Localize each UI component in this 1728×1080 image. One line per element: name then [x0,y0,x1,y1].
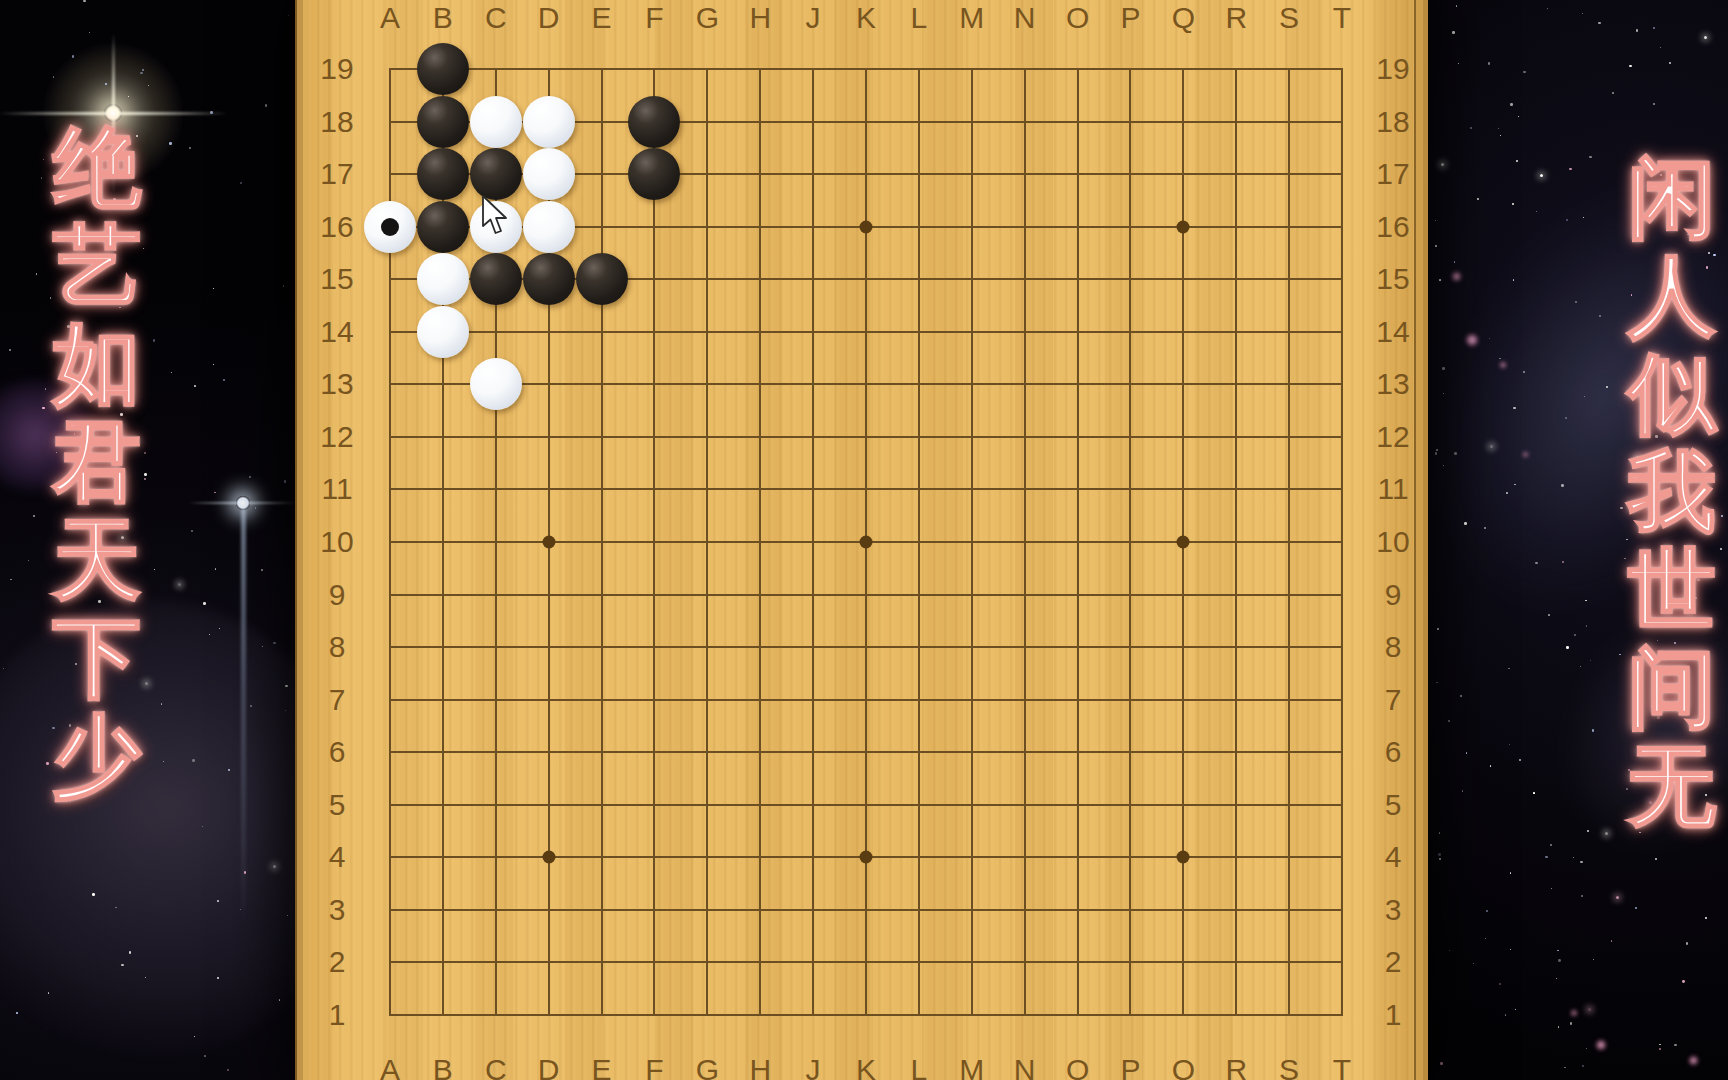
grid-line-horizontal [389,594,1343,596]
star [1674,1044,1676,1046]
star [202,826,203,827]
star [48,992,49,993]
column-label-top: C [485,1,507,35]
star [1523,371,1525,373]
star [169,142,171,144]
star [1473,963,1475,965]
column-label-bottom: F [645,1053,663,1080]
star [1518,116,1519,117]
board-right-edge [1414,0,1428,1080]
star [1616,896,1619,899]
star [1682,980,1685,983]
star [53,76,55,78]
column-label-top: T [1333,1,1351,35]
row-label-left: 16 [320,210,353,244]
column-label-top: H [749,1,771,35]
star [1605,832,1608,835]
grid-line-horizontal [389,909,1343,911]
banner-character: 我 [1612,442,1728,540]
white-stone-A16: ○ [364,201,416,253]
star [1653,27,1655,29]
row-label-left: 11 [321,472,352,506]
white-stone-B14: ○ [417,306,469,358]
star [1519,759,1521,761]
nebula-spark [1500,362,1506,368]
row-label-right: 2 [1385,945,1402,979]
star [1436,682,1438,684]
banner-character: 人 [1612,246,1728,344]
star [1439,858,1441,860]
star [1545,856,1547,858]
black-stone-C17: ● [470,148,522,200]
nebula-spark [1452,272,1461,281]
star [1510,872,1512,874]
column-label-bottom: K [856,1053,876,1080]
star [1551,888,1552,889]
star [1535,562,1537,564]
star [145,977,146,978]
row-label-right: 6 [1385,735,1402,769]
column-label-bottom: O [1066,1053,1089,1080]
star [1484,527,1486,529]
banner-character: 下 [37,608,157,706]
star [1562,561,1564,563]
grid-line-vertical [1077,68,1079,1016]
star-point [542,851,555,864]
grid-line-vertical [1129,68,1131,1016]
star [194,385,196,387]
row-label-right: 15 [1376,262,1409,296]
row-label-left: 8 [329,630,346,664]
star [1655,858,1657,860]
star [1500,135,1501,136]
column-label-top: Q [1172,1,1195,35]
row-label-left: 2 [329,945,346,979]
star [1460,695,1462,697]
star [33,515,35,517]
star [1653,103,1655,105]
row-label-left: 10 [320,525,353,559]
star [1587,830,1589,832]
star [1533,792,1534,793]
row-label-left: 12 [320,420,353,454]
star [213,364,214,365]
column-label-top: E [592,1,612,35]
row-label-left: 13 [320,367,353,401]
star [121,964,123,966]
star [285,685,287,687]
star [287,915,288,916]
star [261,569,263,571]
row-label-right: 17 [1376,157,1409,191]
star [72,55,75,58]
nebula-spark [1571,1010,1577,1016]
black-stone-E15: ● [576,253,628,305]
star [1477,198,1479,200]
star [1586,625,1588,627]
column-label-bottom: J [806,1053,821,1080]
star [215,568,216,569]
star [1508,668,1509,669]
star [1441,163,1444,166]
star [1513,407,1515,409]
star [1509,744,1510,745]
row-label-right: 10 [1376,525,1409,559]
row-label-right: 11 [1377,472,1408,506]
star [1564,1067,1565,1068]
column-label-bottom: Q [1172,1053,1195,1080]
row-label-left: 17 [320,157,353,191]
star [1548,614,1550,616]
column-label-top: A [380,1,400,35]
star [1635,907,1637,909]
row-label-left: 15 [320,262,353,296]
star [140,72,143,75]
star [1485,938,1486,939]
column-label-top: J [806,1,821,35]
star [217,900,219,902]
banner-character: 君 [37,412,157,510]
row-label-right: 7 [1385,683,1402,717]
star [142,69,144,71]
star [284,480,286,482]
star [1584,396,1585,397]
row-label-left: 7 [329,683,346,717]
star [1438,853,1441,856]
star [1486,910,1488,912]
star [217,977,219,979]
grid-line-vertical [971,68,973,1016]
star [1505,1014,1506,1015]
star [3,668,4,669]
star [1566,219,1568,221]
star [1686,942,1688,944]
white-stone-D16: ○ [523,201,575,253]
star [1488,62,1491,65]
star [1598,22,1600,24]
star [1454,261,1455,262]
column-label-bottom: S [1279,1053,1299,1080]
star [1570,1022,1572,1024]
star [214,492,216,494]
column-label-bottom: T [1333,1053,1351,1080]
star [209,634,210,635]
row-label-right: 4 [1385,840,1402,874]
star [262,646,263,647]
nebula-spark [1596,1040,1606,1050]
last-move-marker [381,218,399,236]
grid-line-vertical [1024,68,1026,1016]
row-label-left: 14 [320,315,353,349]
star [1443,465,1444,466]
grid-line-vertical [1341,68,1343,1016]
star [1588,1008,1591,1011]
banner-character: 天 [37,510,157,608]
star-point [860,536,873,549]
star-point [1177,536,1190,549]
row-label-left: 1 [329,998,346,1032]
star [1593,959,1594,960]
star [288,15,289,16]
column-label-top: O [1066,1,1089,35]
star [1516,160,1518,162]
grid-line-horizontal [389,1014,1343,1016]
black-stone-F17: ● [628,148,680,200]
star [1669,62,1671,64]
star [227,1069,229,1071]
banner-character: 无 [1612,736,1728,834]
star [1499,983,1501,985]
star [203,602,205,604]
row-label-left: 5 [329,788,346,822]
star [1470,127,1472,129]
star [1704,36,1707,39]
star [171,372,172,373]
star-point [1177,220,1190,233]
star [1659,1044,1661,1046]
star [1490,445,1493,448]
star [1498,128,1499,129]
mouse-cursor-icon [481,195,509,237]
white-stone-C13: ○ [470,358,522,410]
star [1456,5,1458,7]
white-stone-D17: ○ [523,148,575,200]
column-label-bottom: N [1014,1053,1036,1080]
left-calligraphy-banner: 绝艺如君天下少 [37,118,157,804]
star [1499,358,1501,360]
grid-line-horizontal [389,646,1343,648]
row-label-right: 9 [1385,578,1402,612]
star [1515,1009,1516,1010]
star [10,579,11,580]
column-label-top: K [856,1,876,35]
column-label-top: G [696,1,719,35]
star [148,85,149,86]
white-stone-B15: ○ [417,253,469,305]
banner-character: 如 [37,314,157,412]
star [1565,417,1567,419]
star-point [860,220,873,233]
star [1464,522,1466,524]
column-label-bottom: C [485,1053,507,1080]
column-label-bottom: E [592,1053,612,1080]
black-stone-B17: ● [417,148,469,200]
star [1547,8,1548,9]
star [250,705,251,706]
star [1589,156,1592,159]
star [210,111,212,113]
star [1458,63,1459,64]
star [178,583,181,586]
star [163,761,164,762]
star [1611,940,1612,941]
row-label-right: 8 [1385,630,1402,664]
white-stone-C18: ○ [470,96,522,148]
star [9,349,11,351]
star [1489,338,1490,339]
star [1583,217,1584,218]
star [1573,857,1574,858]
star [285,710,286,711]
star [1582,1065,1584,1067]
column-label-bottom: M [959,1053,984,1080]
star [1513,279,1515,281]
star [1506,492,1508,494]
star [1629,65,1632,68]
column-label-bottom: P [1120,1053,1140,1080]
star [1510,103,1513,106]
star [1550,844,1552,846]
star [1435,245,1437,247]
black-stone-B16: ● [417,201,469,253]
star [192,759,195,762]
star [1512,203,1514,205]
star [1462,790,1464,792]
banner-character: 间 [1612,638,1728,736]
star [194,1036,195,1037]
column-label-bottom: H [749,1053,771,1080]
star [223,379,225,381]
row-label-left: 18 [320,105,353,139]
row-label-left: 4 [329,840,346,874]
row-label-left: 3 [329,893,346,927]
row-label-left: 19 [320,52,353,86]
star [89,32,90,33]
star [273,642,275,644]
star [1523,71,1525,73]
star [1705,917,1707,919]
grid-line-vertical [918,68,920,1016]
row-label-right: 16 [1376,210,1409,244]
star [213,288,214,289]
star [219,628,220,629]
screen: 绝艺如君天下少 闲人似我世间无 AABBCCDDEEFFGGHHJJKKLLMM… [0,0,1728,1080]
column-label-bottom: B [433,1053,453,1080]
column-label-bottom: G [696,1053,719,1080]
star [1440,1062,1443,1065]
star-point [860,851,873,864]
star [1437,628,1439,630]
row-label-right: 12 [1376,420,1409,454]
star [204,1055,206,1057]
star [1452,31,1454,33]
star [83,0,85,2]
star [1490,765,1492,767]
star [28,560,29,561]
column-label-top: R [1225,1,1247,35]
star [240,182,242,184]
star [1574,634,1576,636]
column-label-bottom: L [911,1053,928,1080]
star [255,507,256,508]
star [279,999,280,1000]
grid-line-vertical [1288,68,1290,1016]
star-point [542,536,555,549]
black-stone-C15: ● [470,253,522,305]
star [283,285,284,286]
star-point [1177,851,1190,864]
column-label-top: M [959,1,984,35]
board-left-edge [295,0,309,1080]
white-stone-D18: ○ [523,96,575,148]
star [1442,367,1444,369]
grid-line-horizontal [389,804,1343,806]
column-label-bottom: D [538,1053,560,1080]
row-label-right: 5 [1385,788,1402,822]
star [161,703,163,705]
star [1466,752,1467,753]
column-label-top: B [433,1,453,35]
column-label-top: N [1014,1,1036,35]
star [1439,832,1441,834]
banner-character: 似 [1612,344,1728,442]
grid-line-horizontal [389,699,1343,701]
star [1575,301,1577,303]
column-label-top: F [645,1,663,35]
column-label-top: P [1120,1,1140,35]
star [1636,29,1639,32]
star [1443,393,1444,394]
banner-character: 少 [37,706,157,804]
row-label-left: 9 [329,578,346,612]
banner-character: 绝 [37,118,157,216]
right-calligraphy-banner: 闲人似我世间无 [1612,148,1728,834]
nebula-spark [1523,452,1528,457]
star [1580,861,1582,863]
row-label-right: 1 [1385,998,1402,1032]
row-label-right: 14 [1376,315,1409,349]
star [189,147,191,149]
star [92,893,95,896]
star [1599,315,1601,317]
nebula-spark [1689,1056,1698,1065]
star [1436,449,1438,451]
black-stone-B19: ● [417,43,469,95]
star [1448,720,1450,722]
black-stone-D15: ● [523,253,575,305]
star [129,951,131,953]
go-board[interactable]: AABBCCDDEEFFGGHHJJKKLLMMNNOOPPQQRRSSTT19… [295,0,1428,1080]
star [1659,1048,1660,1049]
row-label-right: 19 [1376,52,1409,86]
banner-character: 闲 [1612,148,1728,246]
star [249,476,251,478]
grid-line-horizontal [389,961,1343,963]
star [228,769,230,771]
star [1514,484,1516,486]
star [1566,646,1569,649]
star [1558,959,1561,962]
star [191,530,193,532]
star [1449,950,1450,951]
star [1585,600,1586,601]
star [244,871,246,873]
column-label-bottom: R [1225,1053,1247,1080]
column-label-top: D [538,1,560,35]
star [1556,978,1557,979]
star [1435,220,1436,221]
star [1454,452,1457,455]
star [1606,386,1608,388]
black-stone-F18: ● [628,96,680,148]
grid-line-vertical [1235,68,1237,1016]
star [1569,168,1572,171]
star [1590,660,1591,661]
star [273,865,276,868]
row-label-right: 13 [1376,367,1409,401]
star [1582,13,1583,14]
black-stone-B18: ● [417,96,469,148]
